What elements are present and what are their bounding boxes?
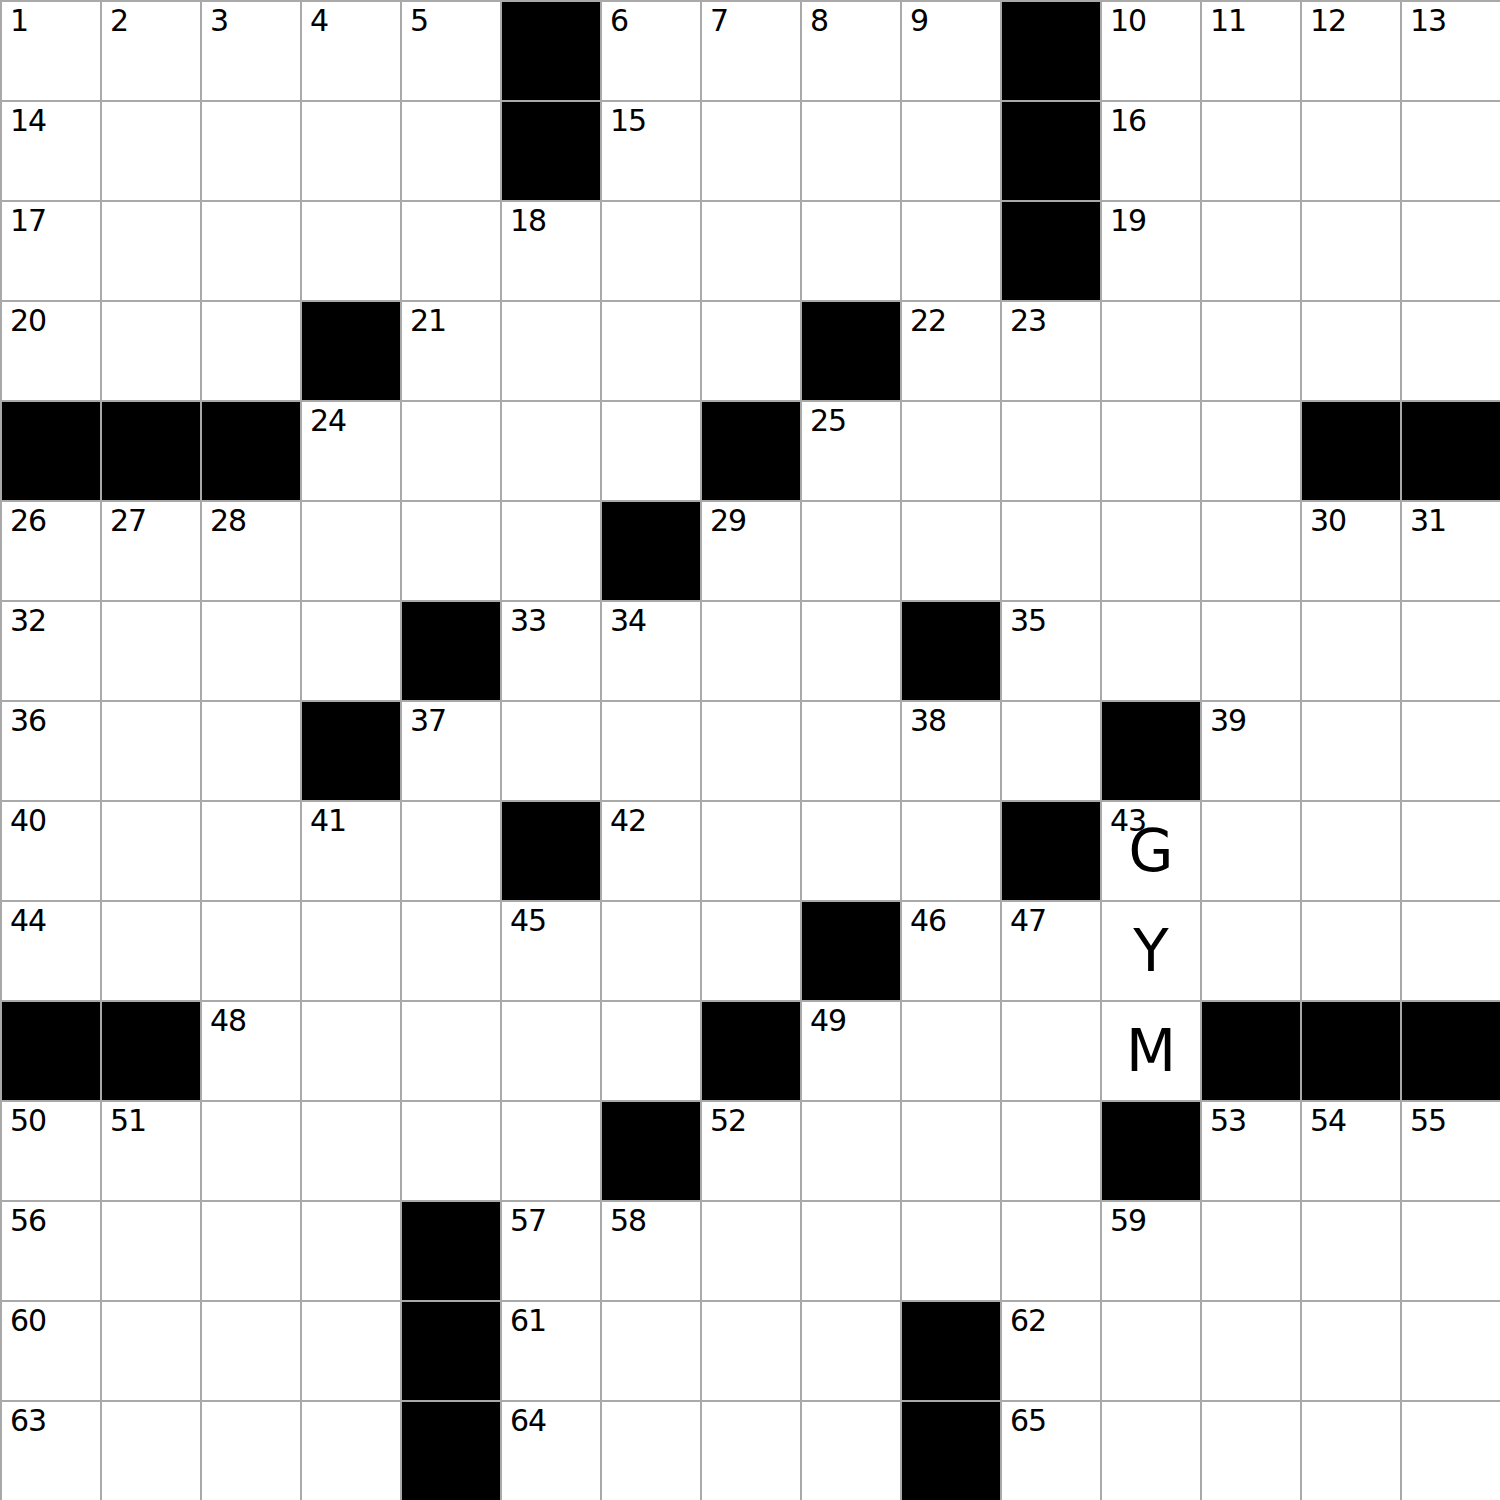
white-cell[interactable] <box>700 600 800 700</box>
white-cell[interactable]: 48 <box>200 1000 300 1100</box>
white-cell[interactable]: 30 <box>1300 500 1400 600</box>
white-cell[interactable]: 63 <box>0 1400 100 1500</box>
white-cell[interactable]: 20 <box>0 300 100 400</box>
clue-number: 11 <box>1210 3 1246 39</box>
white-cell[interactable] <box>900 100 1000 200</box>
black-cell <box>400 1300 500 1400</box>
white-cell[interactable] <box>600 900 700 1000</box>
white-cell[interactable] <box>1200 1200 1300 1300</box>
white-cell[interactable] <box>700 900 800 1000</box>
white-cell[interactable]: 28 <box>200 500 300 600</box>
white-cell[interactable] <box>200 1200 300 1300</box>
white-cell[interactable] <box>300 1100 400 1200</box>
white-cell[interactable] <box>200 300 300 400</box>
white-cell[interactable]: 37 <box>400 700 500 800</box>
white-cell[interactable] <box>900 200 1000 300</box>
white-cell[interactable] <box>1300 800 1400 900</box>
white-cell[interactable]: 32 <box>0 600 100 700</box>
white-cell[interactable]: 21 <box>400 300 500 400</box>
black-cell <box>1400 1000 1500 1100</box>
white-cell[interactable]: 35 <box>1000 600 1100 700</box>
white-cell[interactable] <box>800 200 900 300</box>
white-cell[interactable] <box>1400 900 1500 1000</box>
clue-number: 35 <box>1010 603 1046 639</box>
clue-number: 20 <box>10 303 46 339</box>
white-cell[interactable] <box>1400 1200 1500 1300</box>
black-cell <box>600 500 700 600</box>
black-cell <box>1100 1100 1200 1200</box>
white-cell[interactable]: 14 <box>0 100 100 200</box>
white-cell[interactable] <box>700 200 800 300</box>
white-cell[interactable]: 8 <box>800 0 900 100</box>
white-cell[interactable]: 16 <box>1100 100 1200 200</box>
white-cell[interactable] <box>800 1300 900 1400</box>
clue-number: 38 <box>910 703 946 739</box>
clue-number: 52 <box>710 1103 746 1139</box>
clue-number: 56 <box>10 1203 46 1239</box>
white-cell[interactable] <box>400 900 500 1000</box>
white-cell[interactable] <box>1200 500 1300 600</box>
white-cell[interactable]: 36 <box>0 700 100 800</box>
white-cell[interactable]: 24 <box>300 400 400 500</box>
white-cell[interactable]: 11 <box>1200 0 1300 100</box>
white-cell[interactable] <box>1300 200 1400 300</box>
white-cell[interactable] <box>700 1300 800 1400</box>
white-cell[interactable] <box>900 1200 1000 1300</box>
white-cell[interactable] <box>1400 200 1500 300</box>
clue-number: 36 <box>10 703 46 739</box>
black-cell <box>700 1000 800 1100</box>
white-cell[interactable]: 55 <box>1400 1100 1500 1200</box>
clue-number: 39 <box>1210 703 1246 739</box>
white-cell[interactable]: 49 <box>800 1000 900 1100</box>
white-cell[interactable] <box>300 1000 400 1100</box>
cell-letter: G <box>1102 802 1200 900</box>
white-cell[interactable] <box>1000 1200 1100 1300</box>
white-cell[interactable] <box>200 700 300 800</box>
white-cell[interactable] <box>1000 1100 1100 1200</box>
white-cell[interactable] <box>100 100 200 200</box>
black-cell <box>100 1000 200 1100</box>
black-cell <box>1000 0 1100 100</box>
white-cell[interactable]: 47 <box>1000 900 1100 1000</box>
white-cell[interactable] <box>200 600 300 700</box>
clue-number: 18 <box>510 203 546 239</box>
clue-number: 32 <box>10 603 46 639</box>
white-cell[interactable] <box>200 200 300 300</box>
clue-number: 61 <box>510 1303 546 1339</box>
white-cell[interactable]: 19 <box>1100 200 1200 300</box>
white-cell[interactable] <box>1200 300 1300 400</box>
white-cell[interactable] <box>800 100 900 200</box>
white-cell[interactable] <box>100 200 200 300</box>
white-cell[interactable] <box>1100 400 1200 500</box>
white-cell[interactable] <box>100 1200 200 1300</box>
clue-number: 58 <box>610 1203 646 1239</box>
white-cell[interactable] <box>1200 400 1300 500</box>
black-cell <box>400 1400 500 1500</box>
white-cell[interactable] <box>600 1000 700 1100</box>
white-cell[interactable] <box>900 500 1000 600</box>
white-cell[interactable] <box>500 1100 600 1200</box>
white-cell[interactable]: 34 <box>600 600 700 700</box>
white-cell[interactable] <box>900 800 1000 900</box>
clue-number: 25 <box>810 403 846 439</box>
black-cell <box>800 300 900 400</box>
black-cell <box>1000 200 1100 300</box>
white-cell[interactable] <box>600 700 700 800</box>
white-cell[interactable]: 33 <box>500 600 600 700</box>
clue-number: 19 <box>1110 203 1146 239</box>
cell-letter: M <box>1102 1002 1200 1100</box>
white-cell[interactable]: 3 <box>200 0 300 100</box>
black-cell <box>900 1400 1000 1500</box>
black-cell <box>1300 1000 1400 1100</box>
white-cell[interactable] <box>1100 500 1200 600</box>
white-cell[interactable] <box>1300 1200 1400 1300</box>
white-cell[interactable] <box>700 800 800 900</box>
white-cell[interactable]: 46 <box>900 900 1000 1000</box>
crossword-board: 1234567891011121314151617181920212223242… <box>0 0 1500 1500</box>
white-cell[interactable] <box>1200 100 1300 200</box>
white-cell[interactable]: 17 <box>0 200 100 300</box>
black-cell <box>1000 800 1100 900</box>
white-cell[interactable] <box>600 300 700 400</box>
clue-number: 42 <box>610 803 646 839</box>
white-cell[interactable] <box>200 1300 300 1400</box>
white-cell[interactable] <box>800 500 900 600</box>
white-cell[interactable] <box>400 200 500 300</box>
white-cell[interactable]: 53 <box>1200 1100 1300 1200</box>
white-cell[interactable] <box>800 600 900 700</box>
white-cell[interactable] <box>200 1100 300 1200</box>
white-cell[interactable] <box>900 400 1000 500</box>
white-cell[interactable] <box>500 400 600 500</box>
clue-number: 51 <box>110 1103 146 1139</box>
white-cell[interactable] <box>1300 300 1400 400</box>
white-cell[interactable]: 39 <box>1200 700 1300 800</box>
black-cell <box>1200 1000 1300 1100</box>
white-cell[interactable] <box>800 1400 900 1500</box>
white-cell[interactable] <box>1200 800 1300 900</box>
clue-number: 59 <box>1110 1203 1146 1239</box>
white-cell[interactable] <box>100 1300 200 1400</box>
clue-number: 49 <box>810 1003 846 1039</box>
clue-number: 40 <box>10 803 46 839</box>
white-cell[interactable] <box>800 1200 900 1300</box>
white-cell[interactable] <box>800 700 900 800</box>
black-cell <box>900 1300 1000 1400</box>
white-cell[interactable]: 61 <box>500 1300 600 1400</box>
white-cell[interactable] <box>900 1100 1000 1200</box>
white-cell[interactable] <box>800 800 900 900</box>
white-cell[interactable] <box>1400 100 1500 200</box>
clue-number: 15 <box>610 103 646 139</box>
white-cell[interactable] <box>700 1400 800 1500</box>
clue-number: 12 <box>1310 3 1346 39</box>
clue-number: 17 <box>10 203 46 239</box>
white-cell[interactable] <box>1200 1300 1300 1400</box>
clue-number: 37 <box>410 703 446 739</box>
white-cell[interactable] <box>1400 300 1500 400</box>
clue-number: 54 <box>1310 1103 1346 1139</box>
white-cell[interactable] <box>100 300 200 400</box>
white-cell[interactable] <box>400 100 500 200</box>
white-cell[interactable] <box>600 200 700 300</box>
white-cell[interactable] <box>1400 600 1500 700</box>
white-cell[interactable] <box>700 1200 800 1300</box>
clue-number: 57 <box>510 1203 546 1239</box>
black-cell <box>300 300 400 400</box>
white-cell[interactable] <box>1400 700 1500 800</box>
clue-number: 23 <box>1010 303 1046 339</box>
white-cell[interactable]: 12 <box>1300 0 1400 100</box>
white-cell[interactable]: 10 <box>1100 0 1200 100</box>
white-cell[interactable]: 27 <box>100 500 200 600</box>
white-cell[interactable]: 1 <box>0 0 100 100</box>
white-cell[interactable] <box>100 700 200 800</box>
black-cell <box>1300 400 1400 500</box>
white-cell[interactable] <box>1200 900 1300 1000</box>
black-cell <box>300 700 400 800</box>
white-cell[interactable] <box>1300 100 1400 200</box>
white-cell[interactable] <box>1300 700 1400 800</box>
white-cell[interactable]: 23 <box>1000 300 1100 400</box>
white-cell[interactable] <box>200 800 300 900</box>
white-cell[interactable]: 45 <box>500 900 600 1000</box>
white-cell[interactable]: 54 <box>1300 1100 1400 1200</box>
clue-number: 55 <box>1410 1103 1446 1139</box>
black-cell <box>600 1100 700 1200</box>
clue-number: 16 <box>1110 103 1146 139</box>
white-cell[interactable] <box>500 700 600 800</box>
white-cell[interactable] <box>300 1400 400 1500</box>
white-cell[interactable]: 2 <box>100 0 200 100</box>
clue-number: 53 <box>1210 1103 1246 1139</box>
white-cell[interactable]: 43G <box>1100 800 1200 900</box>
black-cell <box>400 1200 500 1300</box>
white-cell[interactable] <box>1400 1400 1500 1500</box>
white-cell[interactable] <box>1100 1300 1200 1400</box>
white-cell[interactable] <box>300 500 400 600</box>
white-cell[interactable] <box>1200 1400 1300 1500</box>
clue-number: 46 <box>910 903 946 939</box>
clue-number: 28 <box>210 503 246 539</box>
black-cell <box>500 100 600 200</box>
white-cell[interactable]: 51 <box>100 1100 200 1200</box>
white-cell[interactable]: 15 <box>600 100 700 200</box>
black-cell <box>800 900 900 1000</box>
clue-number: 44 <box>10 903 46 939</box>
white-cell[interactable] <box>200 100 300 200</box>
white-cell[interactable] <box>300 200 400 300</box>
white-cell[interactable] <box>500 300 600 400</box>
clue-number: 14 <box>10 103 46 139</box>
white-cell[interactable] <box>800 1100 900 1200</box>
white-cell[interactable]: 62 <box>1000 1300 1100 1400</box>
clue-number: 41 <box>310 803 346 839</box>
white-cell[interactable] <box>700 300 800 400</box>
white-cell[interactable] <box>1100 1400 1200 1500</box>
white-cell[interactable]: 64 <box>500 1400 600 1500</box>
white-cell[interactable] <box>1200 600 1300 700</box>
clue-number: 60 <box>10 1303 46 1339</box>
white-cell[interactable]: 6 <box>600 0 700 100</box>
white-cell[interactable]: 26 <box>0 500 100 600</box>
white-cell[interactable]: 50 <box>0 1100 100 1200</box>
cell-letter: Y <box>1102 902 1200 1000</box>
clue-number: 22 <box>910 303 946 339</box>
white-cell[interactable] <box>1400 800 1500 900</box>
white-cell[interactable]: 60 <box>0 1300 100 1400</box>
white-cell[interactable]: 7 <box>700 0 800 100</box>
white-cell[interactable]: Y <box>1100 900 1200 1000</box>
white-cell[interactable] <box>400 400 500 500</box>
black-cell <box>0 400 100 500</box>
clue-number: 34 <box>610 603 646 639</box>
white-cell[interactable] <box>1000 700 1100 800</box>
clue-number: 13 <box>1410 3 1446 39</box>
white-cell[interactable] <box>1100 600 1200 700</box>
clue-number: 21 <box>410 303 446 339</box>
white-cell[interactable]: 4 <box>300 0 400 100</box>
black-cell <box>0 1000 100 1100</box>
clue-number: 27 <box>110 503 146 539</box>
clue-number: 29 <box>710 503 746 539</box>
white-cell[interactable] <box>1000 500 1100 600</box>
white-cell[interactable] <box>1300 600 1400 700</box>
white-cell[interactable] <box>100 800 200 900</box>
clue-number: 3 <box>210 3 228 39</box>
clue-number: 64 <box>510 1403 546 1439</box>
white-cell[interactable] <box>1300 1400 1400 1500</box>
clue-number: 7 <box>710 3 728 39</box>
black-cell <box>500 0 600 100</box>
clue-number: 10 <box>1110 3 1146 39</box>
white-cell[interactable]: 29 <box>700 500 800 600</box>
white-cell[interactable] <box>300 900 400 1000</box>
white-cell[interactable] <box>200 1400 300 1500</box>
clue-number: 48 <box>210 1003 246 1039</box>
white-cell[interactable] <box>300 100 400 200</box>
clue-number: 6 <box>610 3 628 39</box>
white-cell[interactable] <box>400 1100 500 1200</box>
black-cell <box>500 800 600 900</box>
clue-number: 45 <box>510 903 546 939</box>
white-cell[interactable] <box>400 500 500 600</box>
white-cell[interactable] <box>500 1000 600 1100</box>
white-cell[interactable] <box>200 900 300 1000</box>
white-cell[interactable]: 59 <box>1100 1200 1200 1300</box>
white-cell[interactable]: M <box>1100 1000 1200 1100</box>
white-cell[interactable]: 5 <box>400 0 500 100</box>
white-cell[interactable]: 57 <box>500 1200 600 1300</box>
black-cell <box>100 400 200 500</box>
white-cell[interactable] <box>1300 1300 1400 1400</box>
black-cell <box>1400 400 1500 500</box>
clue-number: 2 <box>110 3 128 39</box>
clue-number: 1 <box>10 3 28 39</box>
black-cell <box>1000 100 1100 200</box>
white-cell[interactable]: 25 <box>800 400 900 500</box>
white-cell[interactable] <box>500 500 600 600</box>
white-cell[interactable] <box>1400 1300 1500 1400</box>
white-cell[interactable]: 58 <box>600 1200 700 1300</box>
white-cell[interactable]: 56 <box>0 1200 100 1300</box>
white-cell[interactable] <box>1000 1000 1100 1100</box>
clue-number: 8 <box>810 3 828 39</box>
white-cell[interactable] <box>100 600 200 700</box>
white-cell[interactable]: 52 <box>700 1100 800 1200</box>
white-cell[interactable] <box>1300 900 1400 1000</box>
white-cell[interactable] <box>1200 200 1300 300</box>
white-cell[interactable]: 9 <box>900 0 1000 100</box>
white-cell[interactable] <box>700 100 800 200</box>
clue-number: 24 <box>310 403 346 439</box>
white-cell[interactable] <box>600 1400 700 1500</box>
clue-number: 4 <box>310 3 328 39</box>
white-cell[interactable] <box>400 800 500 900</box>
white-cell[interactable] <box>400 1000 500 1100</box>
clue-number: 26 <box>10 503 46 539</box>
black-cell <box>900 600 1000 700</box>
clue-number: 65 <box>1010 1403 1046 1439</box>
white-cell[interactable] <box>100 1400 200 1500</box>
clue-number: 5 <box>410 3 428 39</box>
clue-number: 30 <box>1310 503 1346 539</box>
white-cell[interactable]: 18 <box>500 200 600 300</box>
white-cell[interactable] <box>1100 300 1200 400</box>
white-cell[interactable]: 13 <box>1400 0 1500 100</box>
white-cell[interactable] <box>700 700 800 800</box>
clue-number: 33 <box>510 603 546 639</box>
white-cell[interactable]: 38 <box>900 700 1000 800</box>
white-cell[interactable]: 22 <box>900 300 1000 400</box>
clue-number: 31 <box>1410 503 1446 539</box>
white-cell[interactable] <box>300 600 400 700</box>
clue-number: 63 <box>10 1403 46 1439</box>
white-cell[interactable]: 41 <box>300 800 400 900</box>
black-cell <box>700 400 800 500</box>
clue-number: 62 <box>1010 1303 1046 1339</box>
white-cell[interactable] <box>100 900 200 1000</box>
black-cell <box>200 400 300 500</box>
black-cell <box>400 600 500 700</box>
clue-number: 9 <box>910 3 928 39</box>
white-cell[interactable]: 44 <box>0 900 100 1000</box>
white-cell[interactable] <box>1000 400 1100 500</box>
clue-number: 50 <box>10 1103 46 1139</box>
white-cell[interactable] <box>900 1000 1000 1100</box>
white-cell[interactable]: 31 <box>1400 500 1500 600</box>
clue-number: 47 <box>1010 903 1046 939</box>
white-cell[interactable] <box>300 1200 400 1300</box>
white-cell[interactable] <box>600 400 700 500</box>
white-cell[interactable]: 40 <box>0 800 100 900</box>
white-cell[interactable] <box>600 1300 700 1400</box>
white-cell[interactable] <box>300 1300 400 1400</box>
black-cell <box>1100 700 1200 800</box>
white-cell[interactable]: 65 <box>1000 1400 1100 1500</box>
white-cell[interactable]: 42 <box>600 800 700 900</box>
